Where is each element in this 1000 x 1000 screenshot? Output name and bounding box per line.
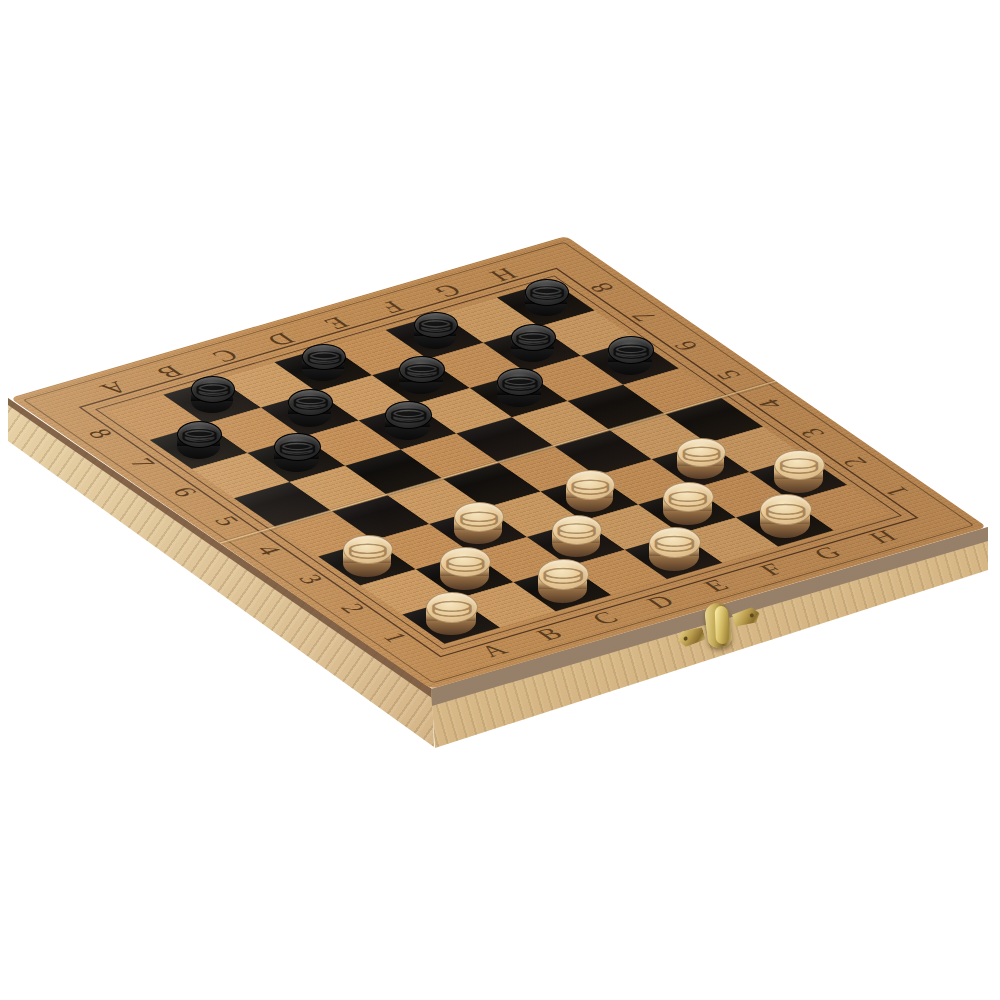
black-checker-glyph: ⛂ <box>500 369 539 395</box>
piece-top: ⛂ <box>191 376 235 402</box>
white-checker-glyph: ⛀ <box>444 548 487 577</box>
piece-top: ⛀ <box>343 535 393 565</box>
white-checker-glyph: ⛀ <box>653 528 697 557</box>
checker-black-h6[interactable]: ⛂ <box>608 336 652 375</box>
piece-top: ⛀ <box>677 438 727 468</box>
checker-black-a7[interactable]: ⛂ <box>177 421 220 459</box>
piece-top: ⛀ <box>760 494 812 525</box>
checker-white-h2[interactable]: ⛀ <box>774 450 823 493</box>
piece-top: ⛂ <box>608 336 654 364</box>
checker-white-g1[interactable]: ⛀ <box>760 494 810 538</box>
white-checker-glyph: ⛀ <box>347 535 389 563</box>
white-checker-glyph: ⛀ <box>542 560 586 589</box>
white-checker-glyph: ⛀ <box>667 483 710 512</box>
white-checker-glyph: ⛀ <box>681 438 723 466</box>
white-checker-glyph: ⛀ <box>778 451 821 480</box>
checker-black-d6[interactable]: ⛂ <box>385 401 429 440</box>
piece-top: ⛂ <box>385 401 431 429</box>
checker-white-a3[interactable]: ⛀ <box>343 535 391 577</box>
piece-top: ⛂ <box>414 312 458 338</box>
checkers-board: AA88BB77CC66DD55EE44FF33GG22HH11 <box>10 236 987 689</box>
black-checker-glyph: ⛂ <box>278 434 317 460</box>
checker-white-d2[interactable]: ⛀ <box>552 515 601 558</box>
checker-white-e1[interactable]: ⛀ <box>649 527 699 571</box>
piece-top: ⛂ <box>497 368 543 396</box>
checker-black-c7[interactable]: ⛂ <box>288 389 331 427</box>
piece-top: ⛀ <box>552 515 603 545</box>
checker-black-g7[interactable]: ⛂ <box>511 324 554 362</box>
black-checker-glyph: ⛂ <box>389 402 428 428</box>
white-checker-glyph: ⛀ <box>430 592 474 621</box>
black-checker-glyph: ⛂ <box>528 280 565 305</box>
piece-top: ⛂ <box>274 433 320 461</box>
checker-black-f6[interactable]: ⛂ <box>497 368 541 407</box>
piece-top: ⛂ <box>288 389 333 416</box>
piece-top: ⛀ <box>663 482 714 512</box>
piece-top: ⛀ <box>538 559 590 590</box>
board-scene: AA88BB77CC66DD55EE44FF33GG22HH11 ⛂⛂⛂⛂⛂⛂⛂… <box>0 0 1000 1000</box>
checker-black-b6[interactable]: ⛂ <box>274 433 318 472</box>
checker-black-e7[interactable]: ⛂ <box>399 356 442 394</box>
piece-top: ⛂ <box>525 279 569 305</box>
checker-black-d8[interactable]: ⛂ <box>302 344 344 381</box>
piece-top: ⛀ <box>649 527 701 558</box>
black-checker-glyph: ⛂ <box>195 377 232 402</box>
checker-white-g3[interactable]: ⛀ <box>677 438 725 480</box>
white-checker-glyph: ⛀ <box>556 515 599 544</box>
white-checker-glyph: ⛀ <box>569 471 611 499</box>
checker-white-c3[interactable]: ⛀ <box>454 502 502 544</box>
checker-white-b2[interactable]: ⛀ <box>440 547 489 590</box>
black-checker-glyph: ⛂ <box>417 312 454 337</box>
clasp-hasp <box>715 606 729 644</box>
piece-top: ⛀ <box>774 450 825 480</box>
checker-white-c1[interactable]: ⛀ <box>538 559 588 603</box>
piece-top: ⛀ <box>454 502 504 532</box>
black-checker-glyph: ⛂ <box>181 422 219 447</box>
black-checker-glyph: ⛂ <box>514 325 552 350</box>
checker-white-a1[interactable]: ⛀ <box>426 592 476 636</box>
black-checker-glyph: ⛂ <box>292 389 330 414</box>
checker-white-f2[interactable]: ⛀ <box>663 482 712 525</box>
piece-top: ⛂ <box>511 324 556 351</box>
checker-white-e3[interactable]: ⛀ <box>566 470 614 512</box>
piece-top: ⛀ <box>566 470 616 500</box>
black-checker-glyph: ⛂ <box>403 357 441 382</box>
clasp-plate-left <box>676 626 706 649</box>
white-checker-glyph: ⛀ <box>458 503 500 531</box>
piece-top: ⛂ <box>177 421 222 448</box>
checker-black-b8[interactable]: ⛂ <box>191 376 233 413</box>
black-checker-glyph: ⛂ <box>611 337 650 363</box>
piece-top: ⛀ <box>426 592 478 623</box>
black-checker-glyph: ⛂ <box>306 345 343 370</box>
checker-black-h8[interactable]: ⛂ <box>525 279 567 316</box>
piece-top: ⛂ <box>399 356 444 383</box>
checker-black-f8[interactable]: ⛂ <box>414 312 456 349</box>
clasp-plate-right <box>731 606 761 629</box>
white-checker-glyph: ⛀ <box>764 495 808 524</box>
